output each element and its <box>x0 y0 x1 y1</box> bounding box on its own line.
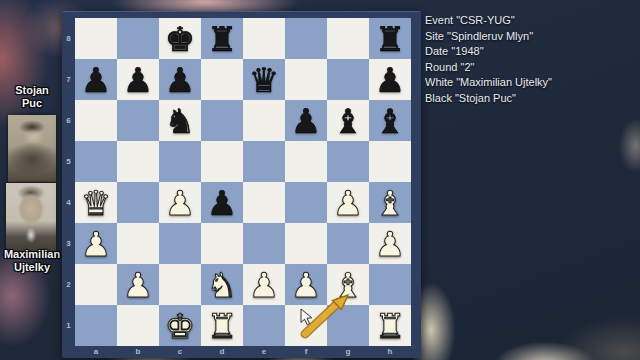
file-label-d: d <box>201 347 243 356</box>
piece-black-pawn[interactable]: ♟ <box>159 59 201 100</box>
square-e4[interactable] <box>243 182 285 223</box>
square-a1[interactable] <box>75 305 117 346</box>
square-b4[interactable] <box>117 182 159 223</box>
piece-black-pawn[interactable]: ♟ <box>117 59 159 100</box>
pgn-tag-white: White "Maximilian Ujtelky" <box>425 75 637 91</box>
square-e1[interactable] <box>243 305 285 346</box>
square-g8[interactable] <box>327 18 369 59</box>
square-a5[interactable] <box>75 141 117 182</box>
square-g6[interactable]: ♝ <box>327 100 369 141</box>
square-a4[interactable]: ♛ <box>75 182 117 223</box>
square-g5[interactable] <box>327 141 369 182</box>
piece-black-king[interactable]: ♚ <box>159 18 201 59</box>
square-h8[interactable]: ♜ <box>369 18 411 59</box>
square-c7[interactable]: ♟ <box>159 59 201 100</box>
piece-white-bishop[interactable]: ♝ <box>327 264 369 305</box>
square-h1[interactable]: ♜ <box>369 305 411 346</box>
rank-label-7: 7 <box>62 75 75 84</box>
piece-white-pawn[interactable]: ♟ <box>75 223 117 264</box>
file-label-g: g <box>327 347 369 356</box>
piece-white-pawn[interactable]: ♟ <box>159 182 201 223</box>
square-g1[interactable] <box>327 305 369 346</box>
square-d8[interactable]: ♜ <box>201 18 243 59</box>
square-f7[interactable] <box>285 59 327 100</box>
square-e3[interactable] <box>243 223 285 264</box>
square-a7[interactable]: ♟ <box>75 59 117 100</box>
square-h4[interactable]: ♝ <box>369 182 411 223</box>
piece-black-knight[interactable]: ♞ <box>159 100 201 141</box>
square-c1[interactable]: ♚ <box>159 305 201 346</box>
piece-white-king[interactable]: ♚ <box>159 305 201 346</box>
file-label-h: h <box>369 347 411 356</box>
rank-label-8: 8 <box>62 34 75 43</box>
square-b1[interactable] <box>117 305 159 346</box>
square-e5[interactable] <box>243 141 285 182</box>
chess-board: ♚♜♜♟♟♟♛♟♞♟♝♝♛♟♟♟♝♟♟♟♞♟♟♝♚♜♜ 87654321 abc… <box>62 11 421 358</box>
white-player-name: Maximilian Ujtelky <box>0 248 64 274</box>
piece-black-pawn[interactable]: ♟ <box>201 182 243 223</box>
piece-white-pawn[interactable]: ♟ <box>327 182 369 223</box>
black-player-name: Stojan Puc <box>0 84 64 110</box>
square-d5[interactable] <box>201 141 243 182</box>
square-h6[interactable]: ♝ <box>369 100 411 141</box>
square-d2[interactable]: ♞ <box>201 264 243 305</box>
pgn-tag-event: Event "CSR-YUG" <box>425 13 637 29</box>
square-g7[interactable] <box>327 59 369 100</box>
piece-white-pawn[interactable]: ♟ <box>369 223 411 264</box>
rank-label-1: 1 <box>62 321 75 330</box>
file-label-c: c <box>159 347 201 356</box>
square-a3[interactable]: ♟ <box>75 223 117 264</box>
piece-black-rook[interactable]: ♜ <box>201 18 243 59</box>
square-b5[interactable] <box>117 141 159 182</box>
file-label-f: f <box>285 347 327 356</box>
black-player-name-line2: Puc <box>0 97 64 110</box>
square-c2[interactable] <box>159 264 201 305</box>
square-h2[interactable] <box>369 264 411 305</box>
square-a2[interactable] <box>75 264 117 305</box>
black-player-name-line1: Stojan <box>0 84 64 97</box>
piece-black-pawn[interactable]: ♟ <box>369 59 411 100</box>
photo-stojan-puc <box>8 115 56 182</box>
square-f5[interactable] <box>285 141 327 182</box>
rank-label-3: 3 <box>62 239 75 248</box>
square-g2[interactable]: ♝ <box>327 264 369 305</box>
pgn-tag-black: Black "Stojan Puc" <box>425 91 637 107</box>
piece-white-pawn[interactable]: ♟ <box>117 264 159 305</box>
square-h3[interactable]: ♟ <box>369 223 411 264</box>
square-d6[interactable] <box>201 100 243 141</box>
square-h5[interactable] <box>369 141 411 182</box>
square-b2[interactable]: ♟ <box>117 264 159 305</box>
square-f4[interactable] <box>285 182 327 223</box>
square-e8[interactable] <box>243 18 285 59</box>
square-f3[interactable] <box>285 223 327 264</box>
pgn-tag-date: Date "1948" <box>425 44 637 60</box>
rank-label-4: 4 <box>62 198 75 207</box>
square-c3[interactable] <box>159 223 201 264</box>
white-player-name-line2: Ujtelky <box>0 261 64 274</box>
pgn-tag-round: Round "2" <box>425 60 637 76</box>
piece-white-knight[interactable]: ♞ <box>201 264 243 305</box>
square-f2[interactable]: ♟ <box>285 264 327 305</box>
square-e2[interactable]: ♟ <box>243 264 285 305</box>
square-g4[interactable]: ♟ <box>327 182 369 223</box>
piece-white-pawn[interactable]: ♟ <box>243 264 285 305</box>
square-h7[interactable]: ♟ <box>369 59 411 100</box>
piece-black-bishop[interactable]: ♝ <box>327 100 369 141</box>
white-player-name-line1: Maximilian <box>0 248 64 261</box>
square-d3[interactable] <box>201 223 243 264</box>
square-b3[interactable] <box>117 223 159 264</box>
piece-black-pawn[interactable]: ♟ <box>285 100 327 141</box>
square-c4[interactable]: ♟ <box>159 182 201 223</box>
square-a6[interactable] <box>75 100 117 141</box>
file-label-b: b <box>117 347 159 356</box>
square-b8[interactable] <box>117 18 159 59</box>
piece-white-bishop[interactable]: ♝ <box>369 182 411 223</box>
square-a8[interactable] <box>75 18 117 59</box>
board-grid: ♚♜♜♟♟♟♛♟♞♟♝♝♛♟♟♟♝♟♟♟♞♟♟♝♚♜♜ <box>75 18 411 346</box>
rank-label-2: 2 <box>62 280 75 289</box>
rank-label-6: 6 <box>62 116 75 125</box>
pgn-tag-site: Site "Spindleruv Mlyn" <box>425 29 637 45</box>
square-d4[interactable]: ♟ <box>201 182 243 223</box>
file-label-a: a <box>75 347 117 356</box>
square-c5[interactable] <box>159 141 201 182</box>
rank-label-5: 5 <box>62 157 75 166</box>
square-e6[interactable] <box>243 100 285 141</box>
square-g3[interactable] <box>327 223 369 264</box>
square-b7[interactable]: ♟ <box>117 59 159 100</box>
piece-black-queen[interactable]: ♛ <box>243 59 285 100</box>
square-c6[interactable]: ♞ <box>159 100 201 141</box>
piece-white-rook[interactable]: ♜ <box>201 305 243 346</box>
square-d1[interactable]: ♜ <box>201 305 243 346</box>
piece-white-rook[interactable]: ♜ <box>369 305 411 346</box>
piece-black-rook[interactable]: ♜ <box>369 18 411 59</box>
photo-maximilian-ujtelky <box>6 183 56 252</box>
piece-black-bishop[interactable]: ♝ <box>369 100 411 141</box>
square-f6[interactable]: ♟ <box>285 100 327 141</box>
square-b6[interactable] <box>117 100 159 141</box>
square-d7[interactable] <box>201 59 243 100</box>
file-label-e: e <box>243 347 285 356</box>
square-f8[interactable] <box>285 18 327 59</box>
square-f1[interactable] <box>285 305 327 346</box>
square-c8[interactable]: ♚ <box>159 18 201 59</box>
video-frame: Stojan Puc Maximilian Ujtelky ♚♜♜♟♟♟♛♟♞♟… <box>0 0 640 360</box>
pgn-tag-list: Event "CSR-YUG"Site "Spindleruv Mlyn"Dat… <box>425 13 637 106</box>
square-e7[interactable]: ♛ <box>243 59 285 100</box>
piece-white-pawn[interactable]: ♟ <box>285 264 327 305</box>
piece-black-pawn[interactable]: ♟ <box>75 59 117 100</box>
piece-white-queen[interactable]: ♛ <box>75 182 117 223</box>
